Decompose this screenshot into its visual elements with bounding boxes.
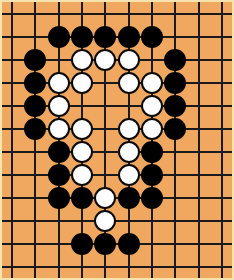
white-stone[interactable] — [71, 164, 93, 186]
white-stone[interactable] — [118, 118, 140, 140]
white-stone[interactable] — [141, 95, 163, 117]
white-stone[interactable] — [118, 72, 140, 94]
vertical-grid-line — [174, 2, 176, 278]
horizontal-grid-line — [2, 220, 232, 222]
black-stone[interactable] — [118, 187, 140, 209]
white-stone[interactable] — [48, 95, 70, 117]
black-stone[interactable] — [141, 187, 163, 209]
vertical-grid-line — [34, 2, 36, 278]
vertical-grid-line — [221, 2, 223, 278]
black-stone[interactable] — [48, 187, 70, 209]
black-stone[interactable] — [71, 26, 93, 48]
black-stone[interactable] — [71, 233, 93, 255]
white-stone[interactable] — [48, 72, 70, 94]
white-stone[interactable] — [71, 49, 93, 71]
white-stone[interactable] — [141, 118, 163, 140]
white-stone[interactable] — [118, 141, 140, 163]
black-stone[interactable] — [141, 164, 163, 186]
black-stone[interactable] — [71, 187, 93, 209]
white-stone[interactable] — [71, 141, 93, 163]
white-stone[interactable] — [48, 118, 70, 140]
white-stone[interactable] — [71, 72, 93, 94]
black-stone[interactable] — [141, 141, 163, 163]
black-stone[interactable] — [48, 26, 70, 48]
black-stone[interactable] — [141, 26, 163, 48]
horizontal-grid-line — [2, 266, 232, 268]
white-stone[interactable] — [71, 118, 93, 140]
black-stone[interactable] — [48, 164, 70, 186]
black-stone[interactable] — [118, 233, 140, 255]
white-stone[interactable] — [118, 49, 140, 71]
black-stone[interactable] — [118, 26, 140, 48]
horizontal-grid-line — [2, 13, 232, 15]
vertical-grid-line — [198, 2, 200, 278]
vertical-grid-line — [11, 2, 13, 278]
white-stone[interactable] — [118, 164, 140, 186]
white-stone[interactable] — [141, 72, 163, 94]
go-board[interactable] — [0, 0, 234, 280]
black-stone[interactable] — [48, 141, 70, 163]
